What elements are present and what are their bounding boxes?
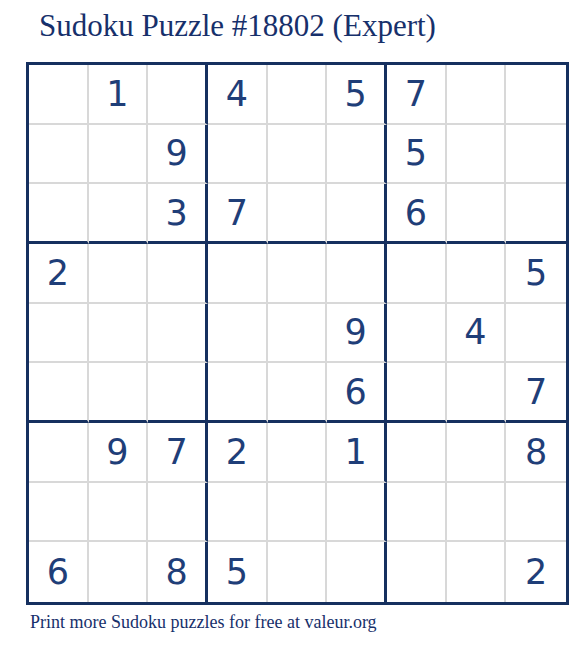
sudoku-cell-empty[interactable] xyxy=(148,483,208,543)
given-digit: 6 xyxy=(47,552,69,592)
given-digit: 9 xyxy=(166,133,188,173)
given-digit: 5 xyxy=(525,253,547,293)
given-digit: 7 xyxy=(405,74,427,114)
footer-text: Print more Sudoku puzzles for free at va… xyxy=(30,612,377,634)
sudoku-cell-empty[interactable] xyxy=(506,483,566,543)
given-digit: 5 xyxy=(345,74,367,114)
sudoku-cell-empty[interactable] xyxy=(29,363,89,423)
sudoku-cell-empty[interactable] xyxy=(29,483,89,543)
sudoku-cell-given[interactable]: 1 xyxy=(327,423,387,483)
sudoku-cell-empty[interactable] xyxy=(208,125,268,185)
sudoku-cell-empty[interactable] xyxy=(268,423,328,483)
given-digit: 2 xyxy=(47,253,69,293)
sudoku-cell-empty[interactable] xyxy=(327,184,387,244)
sudoku-board: 145795376259467972186852 xyxy=(26,62,569,605)
sudoku-cell-given[interactable]: 6 xyxy=(327,363,387,423)
given-digit: 2 xyxy=(525,552,547,592)
given-digit: 7 xyxy=(166,432,188,472)
sudoku-cell-empty[interactable] xyxy=(268,125,328,185)
sudoku-cell-empty[interactable] xyxy=(89,483,149,543)
sudoku-cell-empty[interactable] xyxy=(447,483,507,543)
given-digit: 1 xyxy=(106,74,128,114)
sudoku-cell-empty[interactable] xyxy=(447,65,507,125)
sudoku-cell-given[interactable]: 5 xyxy=(327,65,387,125)
sudoku-cell-empty[interactable] xyxy=(387,244,447,304)
sudoku-cell-given[interactable]: 7 xyxy=(148,423,208,483)
sudoku-cell-empty[interactable] xyxy=(148,65,208,125)
sudoku-cell-empty[interactable] xyxy=(268,483,328,543)
sudoku-cell-empty[interactable] xyxy=(447,244,507,304)
sudoku-cell-empty[interactable] xyxy=(148,304,208,364)
sudoku-cell-empty[interactable] xyxy=(506,304,566,364)
sudoku-cell-empty[interactable] xyxy=(387,304,447,364)
sudoku-cell-empty[interactable] xyxy=(268,363,328,423)
given-digit: 7 xyxy=(226,193,248,233)
sudoku-cell-empty[interactable] xyxy=(447,423,507,483)
sudoku-cell-empty[interactable] xyxy=(506,125,566,185)
sudoku-cell-given[interactable]: 4 xyxy=(447,304,507,364)
sudoku-cell-empty[interactable] xyxy=(89,125,149,185)
given-digit: 5 xyxy=(226,552,248,592)
sudoku-cell-empty[interactable] xyxy=(29,65,89,125)
sudoku-cell-empty[interactable] xyxy=(447,542,507,602)
sudoku-cell-empty[interactable] xyxy=(29,423,89,483)
given-digit: 7 xyxy=(525,372,547,412)
sudoku-cell-empty[interactable] xyxy=(89,184,149,244)
sudoku-cell-given[interactable]: 5 xyxy=(208,542,268,602)
sudoku-cell-given[interactable]: 5 xyxy=(506,244,566,304)
sudoku-cell-given[interactable]: 7 xyxy=(506,363,566,423)
sudoku-cell-empty[interactable] xyxy=(268,184,328,244)
given-digit: 4 xyxy=(464,312,486,352)
given-digit: 3 xyxy=(166,193,188,233)
given-digit: 2 xyxy=(226,432,248,472)
given-digit: 4 xyxy=(226,74,248,114)
sudoku-cell-empty[interactable] xyxy=(506,65,566,125)
sudoku-cell-given[interactable]: 7 xyxy=(387,65,447,125)
sudoku-cell-empty[interactable] xyxy=(208,363,268,423)
sudoku-cell-empty[interactable] xyxy=(268,542,328,602)
sudoku-cell-given[interactable]: 2 xyxy=(208,423,268,483)
sudoku-cell-empty[interactable] xyxy=(387,542,447,602)
sudoku-cell-empty[interactable] xyxy=(89,542,149,602)
given-digit: 8 xyxy=(525,432,547,472)
sudoku-cell-empty[interactable] xyxy=(447,125,507,185)
given-digit: 6 xyxy=(345,372,367,412)
sudoku-cell-empty[interactable] xyxy=(447,363,507,423)
sudoku-cell-empty[interactable] xyxy=(447,184,507,244)
sudoku-cell-empty[interactable] xyxy=(148,244,208,304)
sudoku-cell-given[interactable]: 9 xyxy=(327,304,387,364)
given-digit: 8 xyxy=(166,552,188,592)
sudoku-cell-empty[interactable] xyxy=(506,184,566,244)
sudoku-cell-empty[interactable] xyxy=(29,184,89,244)
sudoku-cell-given[interactable]: 9 xyxy=(89,423,149,483)
sudoku-cell-given[interactable]: 3 xyxy=(148,184,208,244)
sudoku-cell-given[interactable]: 6 xyxy=(387,184,447,244)
sudoku-cell-given[interactable]: 8 xyxy=(506,423,566,483)
given-digit: 9 xyxy=(345,312,367,352)
sudoku-cell-given[interactable]: 9 xyxy=(148,125,208,185)
given-digit: 1 xyxy=(345,432,367,472)
sudoku-cell-empty[interactable] xyxy=(387,423,447,483)
sudoku-cell-given[interactable]: 4 xyxy=(208,65,268,125)
sudoku-cell-given[interactable]: 6 xyxy=(29,542,89,602)
sudoku-cell-empty[interactable] xyxy=(327,483,387,543)
sudoku-cell-empty[interactable] xyxy=(387,483,447,543)
sudoku-cell-given[interactable]: 8 xyxy=(148,542,208,602)
sudoku-cell-empty[interactable] xyxy=(268,65,328,125)
sudoku-cell-empty[interactable] xyxy=(89,244,149,304)
sudoku-cell-empty[interactable] xyxy=(327,244,387,304)
sudoku-cell-empty[interactable] xyxy=(208,483,268,543)
given-digit: 6 xyxy=(405,193,427,233)
sudoku-cell-empty[interactable] xyxy=(208,244,268,304)
sudoku-cell-empty[interactable] xyxy=(29,125,89,185)
sudoku-cell-empty[interactable] xyxy=(268,244,328,304)
sudoku-cell-empty[interactable] xyxy=(89,304,149,364)
sudoku-cell-empty[interactable] xyxy=(208,304,268,364)
sudoku-cell-empty[interactable] xyxy=(29,304,89,364)
sudoku-cell-given[interactable]: 1 xyxy=(89,65,149,125)
sudoku-cell-empty[interactable] xyxy=(148,363,208,423)
sudoku-cell-empty[interactable] xyxy=(327,542,387,602)
sudoku-cell-empty[interactable] xyxy=(327,125,387,185)
sudoku-cell-given[interactable]: 7 xyxy=(208,184,268,244)
given-digit: 5 xyxy=(405,133,427,173)
sudoku-cell-empty[interactable] xyxy=(268,304,328,364)
sudoku-cell-given[interactable]: 5 xyxy=(387,125,447,185)
given-digit: 9 xyxy=(106,432,128,472)
page: Sudoku Puzzle #18802 (Expert) 1457953762… xyxy=(0,0,580,651)
sudoku-cell-given[interactable]: 2 xyxy=(506,542,566,602)
page-title: Sudoku Puzzle #18802 (Expert) xyxy=(39,8,436,44)
sudoku-cell-given[interactable]: 2 xyxy=(29,244,89,304)
sudoku-cell-empty[interactable] xyxy=(89,363,149,423)
sudoku-cell-empty[interactable] xyxy=(387,363,447,423)
